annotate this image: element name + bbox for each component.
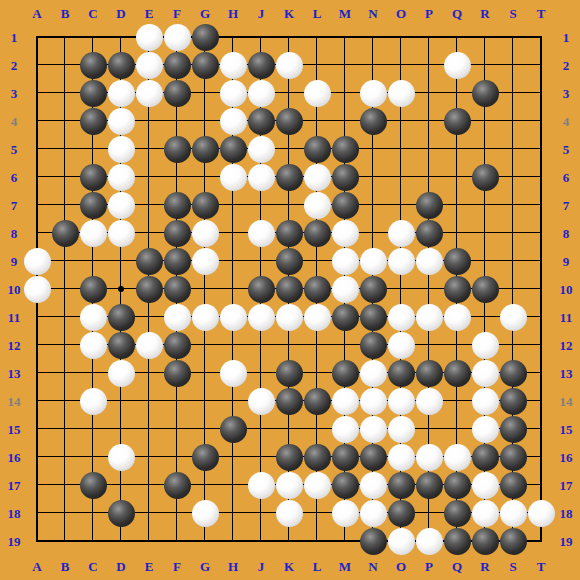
intersection-B18[interactable]: [51, 499, 79, 527]
intersection-F8[interactable]: [163, 219, 191, 247]
intersection-B12[interactable]: [51, 331, 79, 359]
intersection-K19[interactable]: [275, 527, 303, 555]
intersection-Q6[interactable]: [443, 163, 471, 191]
intersection-N15[interactable]: [359, 415, 387, 443]
intersection-S11[interactable]: [499, 303, 527, 331]
intersection-G6[interactable]: [191, 163, 219, 191]
intersection-N12[interactable]: [359, 331, 387, 359]
intersection-A11[interactable]: [23, 303, 51, 331]
intersection-K12[interactable]: [275, 331, 303, 359]
intersection-P4[interactable]: [415, 107, 443, 135]
intersection-P18[interactable]: [415, 499, 443, 527]
intersection-J3[interactable]: [247, 79, 275, 107]
intersection-B15[interactable]: [51, 415, 79, 443]
intersection-M4[interactable]: [331, 107, 359, 135]
intersection-R10[interactable]: [471, 275, 499, 303]
intersection-O19[interactable]: [387, 527, 415, 555]
intersection-M12[interactable]: [331, 331, 359, 359]
intersection-K16[interactable]: [275, 443, 303, 471]
intersection-M14[interactable]: [331, 387, 359, 415]
intersection-D11[interactable]: [107, 303, 135, 331]
intersection-L15[interactable]: [303, 415, 331, 443]
intersection-E2[interactable]: [135, 51, 163, 79]
intersection-N3[interactable]: [359, 79, 387, 107]
intersection-K5[interactable]: [275, 135, 303, 163]
intersection-S4[interactable]: [499, 107, 527, 135]
intersection-P13[interactable]: [415, 359, 443, 387]
intersection-E19[interactable]: [135, 527, 163, 555]
intersection-M5[interactable]: [331, 135, 359, 163]
intersection-C18[interactable]: [79, 499, 107, 527]
intersection-C3[interactable]: [79, 79, 107, 107]
intersection-G4[interactable]: [191, 107, 219, 135]
intersection-R6[interactable]: [471, 163, 499, 191]
intersection-L2[interactable]: [303, 51, 331, 79]
intersection-C16[interactable]: [79, 443, 107, 471]
intersection-Q9[interactable]: [443, 247, 471, 275]
intersection-T19[interactable]: [527, 527, 555, 555]
intersection-C17[interactable]: [79, 471, 107, 499]
intersection-J4[interactable]: [247, 107, 275, 135]
intersection-O6[interactable]: [387, 163, 415, 191]
intersection-B4[interactable]: [51, 107, 79, 135]
intersection-C8[interactable]: [79, 219, 107, 247]
intersection-L9[interactable]: [303, 247, 331, 275]
intersection-E1[interactable]: [135, 23, 163, 51]
intersection-A2[interactable]: [23, 51, 51, 79]
intersection-Q8[interactable]: [443, 219, 471, 247]
intersection-J13[interactable]: [247, 359, 275, 387]
intersection-K17[interactable]: [275, 471, 303, 499]
intersection-Q11[interactable]: [443, 303, 471, 331]
intersection-F9[interactable]: [163, 247, 191, 275]
intersection-J12[interactable]: [247, 331, 275, 359]
intersection-A3[interactable]: [23, 79, 51, 107]
intersection-S3[interactable]: [499, 79, 527, 107]
intersection-A17[interactable]: [23, 471, 51, 499]
intersection-T16[interactable]: [527, 443, 555, 471]
intersection-N18[interactable]: [359, 499, 387, 527]
intersection-Q15[interactable]: [443, 415, 471, 443]
intersection-L5[interactable]: [303, 135, 331, 163]
intersection-G3[interactable]: [191, 79, 219, 107]
intersection-T18[interactable]: [527, 499, 555, 527]
intersection-C12[interactable]: [79, 331, 107, 359]
intersection-J7[interactable]: [247, 191, 275, 219]
intersection-Q7[interactable]: [443, 191, 471, 219]
intersection-B14[interactable]: [51, 387, 79, 415]
intersection-H18[interactable]: [219, 499, 247, 527]
intersection-G5[interactable]: [191, 135, 219, 163]
intersection-T1[interactable]: [527, 23, 555, 51]
intersection-E13[interactable]: [135, 359, 163, 387]
intersection-D18[interactable]: [107, 499, 135, 527]
intersection-P3[interactable]: [415, 79, 443, 107]
intersection-M18[interactable]: [331, 499, 359, 527]
intersection-M3[interactable]: [331, 79, 359, 107]
intersection-L19[interactable]: [303, 527, 331, 555]
intersection-T7[interactable]: [527, 191, 555, 219]
intersection-B9[interactable]: [51, 247, 79, 275]
intersection-O3[interactable]: [387, 79, 415, 107]
intersection-O13[interactable]: [387, 359, 415, 387]
intersection-G12[interactable]: [191, 331, 219, 359]
intersection-O18[interactable]: [387, 499, 415, 527]
intersection-M13[interactable]: [331, 359, 359, 387]
intersection-C4[interactable]: [79, 107, 107, 135]
intersection-E11[interactable]: [135, 303, 163, 331]
intersection-F1[interactable]: [163, 23, 191, 51]
intersection-D13[interactable]: [107, 359, 135, 387]
intersection-R17[interactable]: [471, 471, 499, 499]
intersection-D1[interactable]: [107, 23, 135, 51]
intersection-G9[interactable]: [191, 247, 219, 275]
intersection-F14[interactable]: [163, 387, 191, 415]
intersection-J1[interactable]: [247, 23, 275, 51]
intersection-G13[interactable]: [191, 359, 219, 387]
intersection-C11[interactable]: [79, 303, 107, 331]
intersection-B2[interactable]: [51, 51, 79, 79]
intersection-P5[interactable]: [415, 135, 443, 163]
intersection-O7[interactable]: [387, 191, 415, 219]
intersection-H6[interactable]: [219, 163, 247, 191]
intersection-Q18[interactable]: [443, 499, 471, 527]
intersection-F4[interactable]: [163, 107, 191, 135]
intersection-N7[interactable]: [359, 191, 387, 219]
intersection-N9[interactable]: [359, 247, 387, 275]
intersection-O5[interactable]: [387, 135, 415, 163]
intersection-N17[interactable]: [359, 471, 387, 499]
intersection-C10[interactable]: [79, 275, 107, 303]
intersection-O9[interactable]: [387, 247, 415, 275]
intersection-S10[interactable]: [499, 275, 527, 303]
intersection-B13[interactable]: [51, 359, 79, 387]
intersection-H5[interactable]: [219, 135, 247, 163]
intersection-A19[interactable]: [23, 527, 51, 555]
intersection-R15[interactable]: [471, 415, 499, 443]
intersection-J9[interactable]: [247, 247, 275, 275]
intersection-N19[interactable]: [359, 527, 387, 555]
intersection-C19[interactable]: [79, 527, 107, 555]
intersection-Q16[interactable]: [443, 443, 471, 471]
intersection-G16[interactable]: [191, 443, 219, 471]
intersection-L18[interactable]: [303, 499, 331, 527]
intersection-B11[interactable]: [51, 303, 79, 331]
intersection-K7[interactable]: [275, 191, 303, 219]
intersection-B8[interactable]: [51, 219, 79, 247]
intersection-E5[interactable]: [135, 135, 163, 163]
intersection-A8[interactable]: [23, 219, 51, 247]
intersection-N1[interactable]: [359, 23, 387, 51]
intersection-Q13[interactable]: [443, 359, 471, 387]
intersection-J8[interactable]: [247, 219, 275, 247]
intersection-A4[interactable]: [23, 107, 51, 135]
intersection-R19[interactable]: [471, 527, 499, 555]
intersection-C14[interactable]: [79, 387, 107, 415]
intersection-P19[interactable]: [415, 527, 443, 555]
intersection-L16[interactable]: [303, 443, 331, 471]
intersection-R9[interactable]: [471, 247, 499, 275]
intersection-K6[interactable]: [275, 163, 303, 191]
intersection-G8[interactable]: [191, 219, 219, 247]
intersection-F3[interactable]: [163, 79, 191, 107]
intersection-H9[interactable]: [219, 247, 247, 275]
intersection-K11[interactable]: [275, 303, 303, 331]
intersection-R13[interactable]: [471, 359, 499, 387]
intersection-R1[interactable]: [471, 23, 499, 51]
intersection-R14[interactable]: [471, 387, 499, 415]
intersection-T3[interactable]: [527, 79, 555, 107]
intersection-P11[interactable]: [415, 303, 443, 331]
intersection-K13[interactable]: [275, 359, 303, 387]
intersection-P9[interactable]: [415, 247, 443, 275]
intersection-K1[interactable]: [275, 23, 303, 51]
intersection-N8[interactable]: [359, 219, 387, 247]
intersection-P7[interactable]: [415, 191, 443, 219]
intersection-F18[interactable]: [163, 499, 191, 527]
intersection-P10[interactable]: [415, 275, 443, 303]
intersection-H16[interactable]: [219, 443, 247, 471]
intersection-M10[interactable]: [331, 275, 359, 303]
intersection-R7[interactable]: [471, 191, 499, 219]
intersection-H17[interactable]: [219, 471, 247, 499]
intersection-E4[interactable]: [135, 107, 163, 135]
intersection-M15[interactable]: [331, 415, 359, 443]
intersection-C15[interactable]: [79, 415, 107, 443]
intersection-O4[interactable]: [387, 107, 415, 135]
intersection-F11[interactable]: [163, 303, 191, 331]
intersection-H2[interactable]: [219, 51, 247, 79]
intersection-P15[interactable]: [415, 415, 443, 443]
intersection-S12[interactable]: [499, 331, 527, 359]
intersection-J5[interactable]: [247, 135, 275, 163]
intersection-R2[interactable]: [471, 51, 499, 79]
intersection-K3[interactable]: [275, 79, 303, 107]
intersection-S1[interactable]: [499, 23, 527, 51]
intersection-T10[interactable]: [527, 275, 555, 303]
intersection-T5[interactable]: [527, 135, 555, 163]
intersection-H3[interactable]: [219, 79, 247, 107]
intersection-S13[interactable]: [499, 359, 527, 387]
intersection-H12[interactable]: [219, 331, 247, 359]
intersection-H14[interactable]: [219, 387, 247, 415]
intersection-Q14[interactable]: [443, 387, 471, 415]
intersection-M1[interactable]: [331, 23, 359, 51]
intersection-S19[interactable]: [499, 527, 527, 555]
intersection-T14[interactable]: [527, 387, 555, 415]
intersection-A18[interactable]: [23, 499, 51, 527]
intersection-M9[interactable]: [331, 247, 359, 275]
intersection-L17[interactable]: [303, 471, 331, 499]
intersection-L8[interactable]: [303, 219, 331, 247]
intersection-E17[interactable]: [135, 471, 163, 499]
intersection-D16[interactable]: [107, 443, 135, 471]
intersection-T15[interactable]: [527, 415, 555, 443]
intersection-P17[interactable]: [415, 471, 443, 499]
intersection-H10[interactable]: [219, 275, 247, 303]
intersection-R18[interactable]: [471, 499, 499, 527]
intersection-E16[interactable]: [135, 443, 163, 471]
intersection-A16[interactable]: [23, 443, 51, 471]
intersection-D6[interactable]: [107, 163, 135, 191]
intersection-S9[interactable]: [499, 247, 527, 275]
intersection-C5[interactable]: [79, 135, 107, 163]
intersection-C1[interactable]: [79, 23, 107, 51]
intersection-S14[interactable]: [499, 387, 527, 415]
intersection-L4[interactable]: [303, 107, 331, 135]
intersection-A13[interactable]: [23, 359, 51, 387]
intersection-D4[interactable]: [107, 107, 135, 135]
intersection-G2[interactable]: [191, 51, 219, 79]
intersection-A15[interactable]: [23, 415, 51, 443]
intersection-D5[interactable]: [107, 135, 135, 163]
intersection-A10[interactable]: [23, 275, 51, 303]
intersection-B17[interactable]: [51, 471, 79, 499]
intersection-D3[interactable]: [107, 79, 135, 107]
intersection-O17[interactable]: [387, 471, 415, 499]
intersection-N13[interactable]: [359, 359, 387, 387]
intersection-F7[interactable]: [163, 191, 191, 219]
intersection-D12[interactable]: [107, 331, 135, 359]
intersection-A7[interactable]: [23, 191, 51, 219]
intersection-E10[interactable]: [135, 275, 163, 303]
intersection-F13[interactable]: [163, 359, 191, 387]
intersection-E18[interactable]: [135, 499, 163, 527]
intersection-L6[interactable]: [303, 163, 331, 191]
intersection-F6[interactable]: [163, 163, 191, 191]
intersection-H13[interactable]: [219, 359, 247, 387]
intersection-S15[interactable]: [499, 415, 527, 443]
intersection-Q19[interactable]: [443, 527, 471, 555]
intersection-S7[interactable]: [499, 191, 527, 219]
intersection-B5[interactable]: [51, 135, 79, 163]
intersection-A12[interactable]: [23, 331, 51, 359]
intersection-E3[interactable]: [135, 79, 163, 107]
intersection-K9[interactable]: [275, 247, 303, 275]
intersection-D19[interactable]: [107, 527, 135, 555]
intersection-E6[interactable]: [135, 163, 163, 191]
intersection-C13[interactable]: [79, 359, 107, 387]
intersection-J10[interactable]: [247, 275, 275, 303]
intersection-B3[interactable]: [51, 79, 79, 107]
intersection-J14[interactable]: [247, 387, 275, 415]
intersection-D9[interactable]: [107, 247, 135, 275]
intersection-M17[interactable]: [331, 471, 359, 499]
intersection-L14[interactable]: [303, 387, 331, 415]
intersection-T4[interactable]: [527, 107, 555, 135]
intersection-N6[interactable]: [359, 163, 387, 191]
intersection-N2[interactable]: [359, 51, 387, 79]
intersection-R4[interactable]: [471, 107, 499, 135]
intersection-J18[interactable]: [247, 499, 275, 527]
intersection-K4[interactable]: [275, 107, 303, 135]
intersection-T17[interactable]: [527, 471, 555, 499]
intersection-F15[interactable]: [163, 415, 191, 443]
intersection-N4[interactable]: [359, 107, 387, 135]
intersection-O14[interactable]: [387, 387, 415, 415]
intersection-S16[interactable]: [499, 443, 527, 471]
intersection-E15[interactable]: [135, 415, 163, 443]
intersection-J17[interactable]: [247, 471, 275, 499]
intersection-S17[interactable]: [499, 471, 527, 499]
intersection-D14[interactable]: [107, 387, 135, 415]
intersection-G19[interactable]: [191, 527, 219, 555]
intersection-M2[interactable]: [331, 51, 359, 79]
intersection-P12[interactable]: [415, 331, 443, 359]
intersection-J16[interactable]: [247, 443, 275, 471]
intersection-T11[interactable]: [527, 303, 555, 331]
intersection-M11[interactable]: [331, 303, 359, 331]
intersection-Q17[interactable]: [443, 471, 471, 499]
intersection-E7[interactable]: [135, 191, 163, 219]
intersection-D2[interactable]: [107, 51, 135, 79]
intersection-T6[interactable]: [527, 163, 555, 191]
intersection-C6[interactable]: [79, 163, 107, 191]
intersection-B16[interactable]: [51, 443, 79, 471]
intersection-R16[interactable]: [471, 443, 499, 471]
intersection-A14[interactable]: [23, 387, 51, 415]
intersection-C9[interactable]: [79, 247, 107, 275]
intersection-O8[interactable]: [387, 219, 415, 247]
intersection-A5[interactable]: [23, 135, 51, 163]
intersection-N5[interactable]: [359, 135, 387, 163]
intersection-L10[interactable]: [303, 275, 331, 303]
intersection-M8[interactable]: [331, 219, 359, 247]
intersection-T12[interactable]: [527, 331, 555, 359]
intersection-N11[interactable]: [359, 303, 387, 331]
intersection-B1[interactable]: [51, 23, 79, 51]
intersection-G18[interactable]: [191, 499, 219, 527]
intersection-F5[interactable]: [163, 135, 191, 163]
intersection-P1[interactable]: [415, 23, 443, 51]
intersection-S8[interactable]: [499, 219, 527, 247]
intersection-E14[interactable]: [135, 387, 163, 415]
intersection-P6[interactable]: [415, 163, 443, 191]
intersection-D7[interactable]: [107, 191, 135, 219]
intersection-G10[interactable]: [191, 275, 219, 303]
intersection-O10[interactable]: [387, 275, 415, 303]
intersection-P2[interactable]: [415, 51, 443, 79]
intersection-H11[interactable]: [219, 303, 247, 331]
intersection-F17[interactable]: [163, 471, 191, 499]
intersection-G11[interactable]: [191, 303, 219, 331]
intersection-J2[interactable]: [247, 51, 275, 79]
intersection-O12[interactable]: [387, 331, 415, 359]
intersection-S18[interactable]: [499, 499, 527, 527]
intersection-S5[interactable]: [499, 135, 527, 163]
intersection-K8[interactable]: [275, 219, 303, 247]
intersection-C7[interactable]: [79, 191, 107, 219]
intersection-A9[interactable]: [23, 247, 51, 275]
intersection-N16[interactable]: [359, 443, 387, 471]
intersection-D15[interactable]: [107, 415, 135, 443]
intersection-H19[interactable]: [219, 527, 247, 555]
intersection-D8[interactable]: [107, 219, 135, 247]
intersection-H1[interactable]: [219, 23, 247, 51]
intersection-J11[interactable]: [247, 303, 275, 331]
intersection-E8[interactable]: [135, 219, 163, 247]
intersection-N10[interactable]: [359, 275, 387, 303]
intersection-K10[interactable]: [275, 275, 303, 303]
intersection-P14[interactable]: [415, 387, 443, 415]
intersection-H7[interactable]: [219, 191, 247, 219]
intersection-B6[interactable]: [51, 163, 79, 191]
intersection-F16[interactable]: [163, 443, 191, 471]
intersection-G14[interactable]: [191, 387, 219, 415]
intersection-C2[interactable]: [79, 51, 107, 79]
intersection-J6[interactable]: [247, 163, 275, 191]
intersection-K15[interactable]: [275, 415, 303, 443]
